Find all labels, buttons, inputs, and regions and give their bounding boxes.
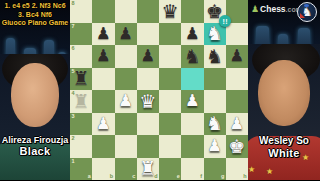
right-player-side: White	[248, 147, 320, 159]
star-decoration: ★	[266, 168, 273, 176]
rank-label-6: 6	[72, 46, 75, 52]
white-king-h2: ♚	[228, 137, 245, 156]
square-b2[interactable]	[92, 135, 114, 158]
file-label-c: c	[132, 174, 135, 180]
chess-board-area: 8♛♚7♟♟♟♞6♟♟♞♞♟5♜4♟♛♟3♟♞♟2♟♚1abcd♜efgh ♜ …	[70, 0, 248, 180]
left-player-side: Black	[0, 146, 70, 157]
rank-label-7: 7	[72, 24, 75, 30]
square-f4[interactable]: ♟	[181, 90, 203, 113]
square-g6[interactable]: ♞	[204, 45, 226, 68]
black-pawn-b6: ♟	[96, 48, 111, 65]
square-d3[interactable]	[137, 113, 159, 136]
square-g2[interactable]: ♟	[204, 135, 226, 158]
square-h4[interactable]	[226, 90, 248, 113]
left-player-nameplate: Alireza Firouzja Black	[0, 135, 70, 157]
star-decoration: ★	[248, 166, 255, 174]
square-g5[interactable]	[204, 68, 226, 91]
square-d1[interactable]: d♜	[137, 158, 159, 181]
black-pawn-f7: ♟	[185, 26, 200, 43]
square-a6[interactable]: 6	[70, 45, 92, 68]
black-knight-f6: ♞	[184, 47, 201, 66]
white-pawn-c4: ♟	[118, 93, 133, 110]
square-c5[interactable]	[115, 68, 137, 91]
square-f6[interactable]: ♞	[181, 45, 203, 68]
square-b6[interactable]: ♟	[92, 45, 114, 68]
square-d6[interactable]: ♟	[137, 45, 159, 68]
square-b1[interactable]: b	[92, 158, 114, 181]
face	[11, 63, 59, 127]
square-a2[interactable]: 2	[70, 135, 92, 158]
white-queen-d4: ♛	[139, 92, 156, 111]
square-a3[interactable]: 3	[70, 113, 92, 136]
file-label-a: a	[88, 174, 91, 180]
square-f1[interactable]: f	[181, 158, 203, 181]
photo-wesley-so: ★ ★ ★	[248, 44, 320, 180]
square-a7[interactable]: 7	[70, 23, 92, 46]
square-f3[interactable]	[181, 113, 203, 136]
face	[258, 60, 310, 126]
file-label-f: f	[200, 174, 202, 180]
file-label-g: g	[221, 174, 224, 180]
chess-board: 8♛♚7♟♟♟♞6♟♟♞♞♟5♜4♟♛♟3♟♞♟2♟♚1abcd♜efgh	[70, 0, 248, 180]
square-a8[interactable]: 8	[70, 0, 92, 23]
square-b5[interactable]	[92, 68, 114, 91]
photo-alireza-firouzja	[0, 54, 70, 180]
square-d5[interactable]	[137, 68, 159, 91]
square-a4[interactable]: 4	[70, 90, 92, 113]
square-f2[interactable]	[181, 135, 203, 158]
square-h3[interactable]: ♟	[226, 113, 248, 136]
opening-moves-text: 1. e4 e5 2. Nf3 Nc6 3. Bc4 Nf6 Giuoco Pi…	[0, 2, 70, 28]
black-pawn-h6: ♟	[229, 48, 244, 65]
rank-label-2: 2	[72, 136, 75, 142]
white-knight-g7: ♞	[206, 24, 223, 43]
square-g3[interactable]: ♞	[204, 113, 226, 136]
black-queen-e8: ♛	[162, 2, 179, 21]
black-pawn-d6: ♟	[140, 48, 155, 65]
square-c2[interactable]	[115, 135, 137, 158]
square-d8[interactable]	[137, 0, 159, 23]
square-f8[interactable]	[181, 0, 203, 23]
square-c7[interactable]: ♟	[115, 23, 137, 46]
chesscom-logo: ♟ Chess .com	[251, 4, 302, 14]
square-h1[interactable]: h	[226, 158, 248, 181]
white-pawn-b3: ♟	[96, 116, 111, 133]
black-pawn-c7: ♟	[118, 26, 133, 43]
file-label-h: h	[243, 174, 246, 180]
file-label-b: b	[110, 174, 113, 180]
square-d4[interactable]: ♛	[137, 90, 159, 113]
rank-label-8: 8	[72, 1, 75, 7]
white-rook-d1: ♜	[139, 159, 156, 178]
square-b3[interactable]: ♟	[92, 113, 114, 136]
square-c6[interactable]	[115, 45, 137, 68]
pawn-icon: ♟	[251, 4, 259, 14]
black-pawn-b7: ♟	[96, 26, 111, 43]
white-knight-g3: ♞	[206, 114, 223, 133]
right-player-nameplate: Wesley So White	[248, 135, 320, 159]
square-b7[interactable]: ♟	[92, 23, 114, 46]
file-label-e: e	[177, 174, 180, 180]
square-b8[interactable]	[92, 0, 114, 23]
logo-text: Chess	[260, 4, 286, 14]
right-player-name: Wesley So	[248, 135, 320, 147]
square-c1[interactable]: c	[115, 158, 137, 181]
white-pawn-f4: ♟	[185, 93, 200, 110]
knight-club-badge: ♞	[297, 2, 317, 22]
square-c4[interactable]: ♟	[115, 90, 137, 113]
square-e2[interactable]	[159, 135, 181, 158]
square-b4[interactable]	[92, 90, 114, 113]
opening-name: Giuoco Piano Game	[0, 19, 70, 28]
black-rook-a5: ♜	[73, 69, 90, 88]
rank-label-3: 3	[72, 114, 75, 120]
square-e3[interactable]	[159, 113, 181, 136]
square-h2[interactable]: ♚	[226, 135, 248, 158]
knight-icon: ♞	[302, 6, 313, 18]
square-h5[interactable]	[226, 68, 248, 91]
square-e8[interactable]: ♛	[159, 0, 181, 23]
square-e4[interactable]	[159, 90, 181, 113]
square-g4[interactable]	[204, 90, 226, 113]
square-d2[interactable]	[137, 135, 159, 158]
square-a5[interactable]: 5♜	[70, 68, 92, 91]
black-knight-g6: ♞	[206, 47, 223, 66]
square-h7[interactable]	[226, 23, 248, 46]
rank-label-4: 4	[72, 91, 75, 97]
square-e5[interactable]	[159, 68, 181, 91]
square-c3[interactable]	[115, 113, 137, 136]
square-f7[interactable]: ♟	[181, 23, 203, 46]
square-a1[interactable]: 1a	[70, 158, 92, 181]
square-f5[interactable]	[181, 68, 203, 91]
moves-line-2: 3. Bc4 Nf6	[0, 11, 70, 20]
badge-blue-accent	[304, 4, 309, 7]
rank-label-1: 1	[72, 159, 75, 165]
square-e7[interactable]	[159, 23, 181, 46]
square-e1[interactable]: e	[159, 158, 181, 181]
white-pawn-g2: ♟	[207, 138, 222, 155]
square-e6[interactable]	[159, 45, 181, 68]
moves-line-1: 1. e4 e5 2. Nf3 Nc6	[0, 2, 70, 11]
square-c8[interactable]	[115, 0, 137, 23]
video-thumbnail: 1. e4 e5 2. Nf3 Nc6 3. Bc4 Nf6 Giuoco Pi…	[0, 0, 320, 180]
square-g1[interactable]: g	[204, 158, 226, 181]
square-h6[interactable]: ♟	[226, 45, 248, 68]
white-pawn-h3: ♟	[229, 116, 244, 133]
square-d7[interactable]	[137, 23, 159, 46]
